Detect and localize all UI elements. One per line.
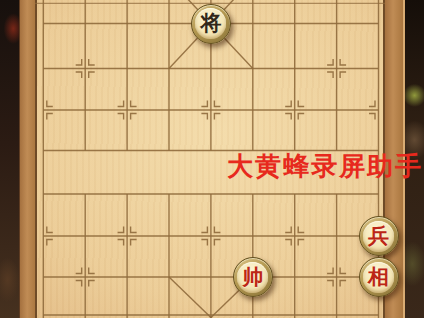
- piece-black-general[interactable]: 将: [191, 4, 231, 44]
- piece-red-general[interactable]: 帅: [233, 257, 273, 297]
- piece-face: 将: [195, 8, 226, 39]
- piece-red-elephant[interactable]: 相: [359, 257, 399, 297]
- piece-glyph: 帅: [242, 267, 263, 288]
- piece-face: 相: [363, 262, 394, 293]
- piece-glyph: 兵: [368, 226, 389, 247]
- watermark-text: 大黄蜂录屏助手: [227, 149, 423, 184]
- piece-face: 兵: [363, 221, 394, 252]
- game-screen: 将帅兵相 大黄蜂录屏助手: [0, 0, 424, 318]
- piece-face: 帅: [237, 262, 268, 293]
- piece-glyph: 将: [200, 13, 221, 34]
- piece-red-soldier[interactable]: 兵: [359, 216, 399, 256]
- piece-glyph: 相: [368, 267, 389, 288]
